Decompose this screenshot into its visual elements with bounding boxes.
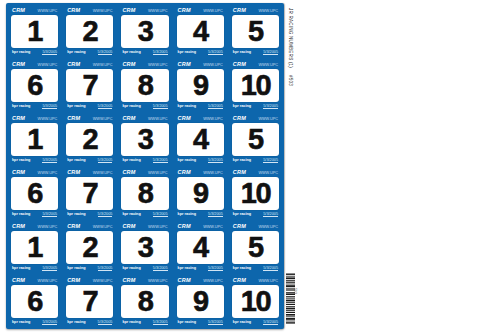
brand-logo: CRM: [12, 223, 25, 230]
decal-footer: kpr racing5/3/2005: [11, 266, 58, 272]
footer-right-text: 5/3/2005: [42, 104, 57, 109]
decal-header: CRMWWW.UPC: [232, 277, 279, 284]
decal-header: CRMWWW.UPC: [232, 169, 279, 176]
header-url-text: WWW.UPC: [148, 8, 168, 14]
decal-footer: kpr racing5/3/2005: [177, 50, 224, 56]
decal-footer: kpr racing5/3/2005: [121, 266, 168, 272]
decal-footer: kpr racing5/3/2005: [66, 50, 113, 56]
barcode-caption-text: 503: [293, 288, 297, 294]
decal-footer: kpr racing5/3/2005: [177, 320, 224, 326]
brand-logo: CRM: [12, 61, 25, 68]
cell-number: 10: [241, 177, 270, 210]
number-decal: CRMWWW.UPC6kpr racing5/3/2005: [7, 167, 62, 221]
brand-logo: CRM: [178, 223, 191, 230]
footer-left-text: kpr racing: [233, 104, 251, 108]
brand-logo: CRM: [12, 277, 25, 284]
decal-footer: kpr racing5/3/2005: [11, 158, 58, 164]
footer-right-text: 5/3/2005: [42, 50, 57, 55]
decal-sheet: CRMWWW.UPC1kpr racing5/3/2005CRMWWW.UPC2…: [6, 3, 284, 329]
brand-logo: CRM: [178, 61, 191, 68]
cell-number: 5: [248, 231, 263, 264]
footer-right-text: 5/3/2005: [98, 266, 113, 271]
number-square: 6: [11, 177, 58, 210]
decal-footer: kpr racing5/3/2005: [11, 50, 58, 56]
header-url-text: WWW.UPC: [38, 62, 58, 68]
cell-number: 1: [27, 15, 42, 48]
number-square: 6: [11, 69, 58, 102]
cell-number: 5: [248, 123, 263, 156]
footer-right-text: 5/3/2005: [263, 158, 278, 163]
cell-number: 7: [82, 177, 97, 210]
decal-footer: kpr racing5/3/2005: [232, 104, 279, 110]
decal-header: CRMWWW.UPC: [66, 277, 113, 284]
decal-header: CRMWWW.UPC: [177, 115, 224, 122]
footer-right-text: 5/3/2005: [208, 50, 223, 55]
product-code-text: #503: [288, 75, 293, 86]
footer-right-text: 5/3/2005: [98, 158, 113, 163]
number-square: 8: [121, 177, 168, 210]
header-url-text: WWW.UPC: [258, 278, 278, 284]
footer-left-text: kpr racing: [122, 50, 140, 54]
number-decal: CRMWWW.UPC3kpr racing5/3/2005: [117, 221, 172, 275]
footer-left-text: kpr racing: [178, 320, 196, 324]
cell-number: 6: [27, 177, 42, 210]
number-square: 5: [232, 231, 279, 264]
product-photo-background: { "game": "number-sticker-sheet", "posit…: [0, 0, 500, 333]
decal-footer: kpr racing5/3/2005: [11, 212, 58, 218]
number-decal: CRMWWW.UPC2kpr racing5/3/2005: [62, 221, 117, 275]
number-square: 1: [11, 15, 58, 48]
footer-left-text: kpr racing: [12, 266, 30, 270]
footer-left-text: kpr racing: [233, 50, 251, 54]
brand-logo: CRM: [12, 115, 25, 122]
decal-footer: kpr racing5/3/2005: [177, 158, 224, 164]
footer-left-text: kpr racing: [12, 212, 30, 216]
number-square: 6: [11, 285, 58, 318]
cell-number: 9: [193, 69, 208, 102]
header-url-text: WWW.UPC: [258, 224, 278, 230]
footer-right-text: 5/3/2005: [98, 212, 113, 217]
number-decal: CRMWWW.UPC9kpr racing5/3/2005: [173, 167, 228, 221]
brand-logo: CRM: [122, 277, 135, 284]
number-square: 2: [66, 231, 113, 264]
header-url-text: WWW.UPC: [203, 224, 223, 230]
brand-logo: CRM: [233, 115, 246, 122]
header-url-text: WWW.UPC: [148, 278, 168, 284]
number-square: 9: [177, 285, 224, 318]
brand-logo: CRM: [67, 61, 80, 68]
decal-footer: kpr racing5/3/2005: [121, 320, 168, 326]
brand-logo: CRM: [233, 169, 246, 176]
number-decal: CRMWWW.UPC8kpr racing5/3/2005: [117, 167, 172, 221]
header-url-text: WWW.UPC: [38, 8, 58, 14]
brand-logo: CRM: [12, 169, 25, 176]
decal-footer: kpr racing5/3/2005: [177, 212, 224, 218]
footer-right-text: 5/3/2005: [208, 266, 223, 271]
brand-logo: CRM: [67, 7, 80, 14]
decal-header: CRMWWW.UPC: [121, 115, 168, 122]
footer-left-text: kpr racing: [67, 266, 85, 270]
cell-number: 7: [82, 285, 97, 318]
footer-left-text: kpr racing: [178, 104, 196, 108]
number-square: 4: [177, 15, 224, 48]
footer-left-text: kpr racing: [122, 320, 140, 324]
decal-header: CRMWWW.UPC: [11, 223, 58, 230]
footer-right-text: 5/3/2005: [263, 320, 278, 325]
number-decal: CRMWWW.UPC7kpr racing5/3/2005: [62, 167, 117, 221]
header-url-text: WWW.UPC: [93, 278, 113, 284]
number-decal: CRMWWW.UPC10kpr racing5/3/2005: [228, 59, 283, 113]
footer-right-text: 5/3/2005: [153, 266, 168, 271]
footer-left-text: kpr racing: [122, 158, 140, 162]
brand-logo: CRM: [122, 61, 135, 68]
decal-header: CRMWWW.UPC: [177, 223, 224, 230]
header-url-text: WWW.UPC: [203, 8, 223, 14]
brand-logo: CRM: [178, 115, 191, 122]
cell-number: 10: [241, 69, 270, 102]
decal-footer: kpr racing5/3/2005: [11, 320, 58, 326]
number-square: 2: [66, 123, 113, 156]
number-decal: CRMWWW.UPC5kpr racing5/3/2005: [228, 5, 283, 59]
header-url-text: WWW.UPC: [258, 62, 278, 68]
footer-left-text: kpr racing: [122, 266, 140, 270]
brand-logo: CRM: [178, 277, 191, 284]
decal-footer: kpr racing5/3/2005: [232, 158, 279, 164]
number-decal: CRMWWW.UPC4kpr racing5/3/2005: [173, 221, 228, 275]
header-url-text: WWW.UPC: [38, 224, 58, 230]
decal-footer: kpr racing5/3/2005: [121, 158, 168, 164]
cell-number: 5: [248, 15, 263, 48]
header-url-text: WWW.UPC: [148, 116, 168, 122]
header-url-text: WWW.UPC: [148, 62, 168, 68]
footer-right-text: 5/3/2005: [153, 50, 168, 55]
number-square: 3: [121, 123, 168, 156]
number-square: 5: [232, 15, 279, 48]
footer-left-text: kpr racing: [12, 158, 30, 162]
number-decal: CRMWWW.UPC8kpr racing5/3/2005: [117, 59, 172, 113]
cell-number: 1: [27, 123, 42, 156]
footer-left-text: kpr racing: [12, 50, 30, 54]
header-url-text: WWW.UPC: [93, 62, 113, 68]
decal-header: CRMWWW.UPC: [121, 223, 168, 230]
number-decal: CRMWWW.UPC1kpr racing5/3/2005: [7, 221, 62, 275]
footer-left-text: kpr racing: [12, 104, 30, 108]
number-decal: CRMWWW.UPC5kpr racing5/3/2005: [228, 113, 283, 167]
cell-number: 8: [138, 69, 153, 102]
cell-number: 8: [138, 285, 153, 318]
header-url-text: WWW.UPC: [258, 8, 278, 14]
decal-footer: kpr racing5/3/2005: [177, 266, 224, 272]
cell-number: 2: [82, 15, 97, 48]
decal-header: CRMWWW.UPC: [66, 169, 113, 176]
decal-header: CRMWWW.UPC: [232, 61, 279, 68]
barcode: [286, 273, 296, 325]
footer-left-text: kpr racing: [178, 212, 196, 216]
footer-left-text: kpr racing: [67, 104, 85, 108]
cell-number: 3: [138, 15, 153, 48]
brand-logo: CRM: [67, 169, 80, 176]
footer-left-text: kpr racing: [122, 212, 140, 216]
number-decal: CRMWWW.UPC5kpr racing5/3/2005: [228, 221, 283, 275]
number-square: 3: [121, 231, 168, 264]
decal-header: CRMWWW.UPC: [177, 277, 224, 284]
number-square: 4: [177, 231, 224, 264]
number-square: 10: [232, 177, 279, 210]
footer-right-text: 5/3/2005: [153, 320, 168, 325]
number-decal: CRMWWW.UPC2kpr racing5/3/2005: [62, 5, 117, 59]
header-url-text: WWW.UPC: [93, 224, 113, 230]
footer-right-text: 5/3/2005: [98, 320, 113, 325]
decal-header: CRMWWW.UPC: [66, 115, 113, 122]
footer-right-text: 5/3/2005: [153, 158, 168, 163]
brand-logo: CRM: [122, 115, 135, 122]
decal-footer: kpr racing5/3/2005: [121, 212, 168, 218]
number-square: 8: [121, 285, 168, 318]
header-url-text: WWW.UPC: [258, 116, 278, 122]
number-decal: CRMWWW.UPC10kpr racing5/3/2005: [228, 275, 283, 329]
decal-footer: kpr racing5/3/2005: [66, 266, 113, 272]
decal-footer: kpr racing5/3/2005: [177, 104, 224, 110]
number-square: 5: [232, 123, 279, 156]
decal-header: CRMWWW.UPC: [232, 223, 279, 230]
footer-right-text: 5/3/2005: [208, 320, 223, 325]
number-square: 8: [121, 69, 168, 102]
decal-header: CRMWWW.UPC: [11, 277, 58, 284]
header-url-text: WWW.UPC: [148, 224, 168, 230]
footer-left-text: kpr racing: [178, 266, 196, 270]
footer-left-text: kpr racing: [67, 158, 85, 162]
decal-footer: kpr racing5/3/2005: [121, 104, 168, 110]
number-decal: CRMWWW.UPC9kpr racing5/3/2005: [173, 59, 228, 113]
number-square: 2: [66, 15, 113, 48]
header-url-text: WWW.UPC: [38, 170, 58, 176]
number-decal: CRMWWW.UPC2kpr racing5/3/2005: [62, 113, 117, 167]
header-url-text: WWW.UPC: [203, 116, 223, 122]
decal-footer: kpr racing5/3/2005: [11, 104, 58, 110]
footer-right-text: 5/3/2005: [153, 104, 168, 109]
brand-logo: CRM: [233, 277, 246, 284]
brand-logo: CRM: [122, 169, 135, 176]
decal-footer: kpr racing5/3/2005: [121, 50, 168, 56]
brand-logo: CRM: [122, 223, 135, 230]
decal-header: CRMWWW.UPC: [177, 169, 224, 176]
cell-number: 9: [193, 285, 208, 318]
footer-left-text: kpr racing: [67, 320, 85, 324]
decal-header: CRMWWW.UPC: [232, 7, 279, 14]
footer-right-text: 5/3/2005: [208, 212, 223, 217]
decal-header: CRMWWW.UPC: [11, 169, 58, 176]
decal-header: CRMWWW.UPC: [121, 277, 168, 284]
footer-right-text: 5/3/2005: [263, 266, 278, 271]
decal-footer: kpr racing5/3/2005: [232, 266, 279, 272]
footer-left-text: kpr racing: [122, 104, 140, 108]
decal-header: CRMWWW.UPC: [121, 169, 168, 176]
footer-left-text: kpr racing: [233, 212, 251, 216]
footer-right-text: 5/3/2005: [42, 212, 57, 217]
number-decal: CRMWWW.UPC3kpr racing5/3/2005: [117, 113, 172, 167]
brand-logo: CRM: [233, 223, 246, 230]
number-decal: CRMWWW.UPC6kpr racing5/3/2005: [7, 59, 62, 113]
header-url-text: WWW.UPC: [93, 8, 113, 14]
cell-number: 10: [241, 285, 270, 318]
number-square: 9: [177, 177, 224, 210]
footer-left-text: kpr racing: [67, 50, 85, 54]
footer-right-text: 5/3/2005: [42, 158, 57, 163]
decal-header: CRMWWW.UPC: [177, 7, 224, 14]
number-decal: CRMWWW.UPC1kpr racing5/3/2005: [7, 113, 62, 167]
decal-footer: kpr racing5/3/2005: [66, 320, 113, 326]
decal-header: CRMWWW.UPC: [11, 61, 58, 68]
brand-logo: CRM: [233, 61, 246, 68]
footer-left-text: kpr racing: [233, 320, 251, 324]
brand-logo: CRM: [67, 223, 80, 230]
header-url-text: WWW.UPC: [258, 170, 278, 176]
header-url-text: WWW.UPC: [203, 62, 223, 68]
footer-left-text: kpr racing: [178, 50, 196, 54]
decal-header: CRMWWW.UPC: [66, 7, 113, 14]
header-url-text: WWW.UPC: [38, 278, 58, 284]
cell-number: 6: [27, 285, 42, 318]
product-line-text: JR RACING NUMBERS (1): [288, 8, 293, 68]
footer-right-text: 5/3/2005: [263, 104, 278, 109]
footer-right-text: 5/3/2005: [98, 50, 113, 55]
number-square: 1: [11, 231, 58, 264]
decal-header: CRMWWW.UPC: [177, 61, 224, 68]
number-square: 3: [121, 15, 168, 48]
number-decal: CRMWWW.UPC9kpr racing5/3/2005: [173, 275, 228, 329]
number-square: 4: [177, 123, 224, 156]
header-url-text: WWW.UPC: [148, 170, 168, 176]
number-decal: CRMWWW.UPC4kpr racing5/3/2005: [173, 113, 228, 167]
number-decal: CRMWWW.UPC1kpr racing5/3/2005: [7, 5, 62, 59]
side-product-text: JR RACING NUMBERS (1)#503: [288, 8, 293, 128]
footer-right-text: 5/3/2005: [98, 104, 113, 109]
cell-number: 7: [82, 69, 97, 102]
number-square: 9: [177, 69, 224, 102]
number-decal: CRMWWW.UPC7kpr racing5/3/2005: [62, 275, 117, 329]
number-decal: CRMWWW.UPC8kpr racing5/3/2005: [117, 275, 172, 329]
brand-logo: CRM: [233, 7, 246, 14]
number-decal: CRMWWW.UPC7kpr racing5/3/2005: [62, 59, 117, 113]
number-square: 7: [66, 177, 113, 210]
header-url-text: WWW.UPC: [203, 170, 223, 176]
decal-header: CRMWWW.UPC: [121, 61, 168, 68]
decal-footer: kpr racing5/3/2005: [232, 212, 279, 218]
brand-logo: CRM: [178, 169, 191, 176]
footer-right-text: 5/3/2005: [263, 212, 278, 217]
header-url-text: WWW.UPC: [93, 170, 113, 176]
number-square: 10: [232, 285, 279, 318]
footer-right-text: 5/3/2005: [208, 158, 223, 163]
cell-number: 4: [193, 231, 208, 264]
decal-footer: kpr racing5/3/2005: [232, 320, 279, 326]
decal-footer: kpr racing5/3/2005: [66, 104, 113, 110]
number-square: 7: [66, 69, 113, 102]
cell-number: 8: [138, 177, 153, 210]
footer-right-text: 5/3/2005: [153, 212, 168, 217]
header-url-text: WWW.UPC: [38, 116, 58, 122]
decal-header: CRMWWW.UPC: [232, 115, 279, 122]
footer-left-text: kpr racing: [67, 212, 85, 216]
footer-right-text: 5/3/2005: [42, 266, 57, 271]
brand-logo: CRM: [122, 7, 135, 14]
decal-header: CRMWWW.UPC: [11, 115, 58, 122]
decal-footer: kpr racing5/3/2005: [232, 50, 279, 56]
cell-number: 2: [82, 123, 97, 156]
footer-left-text: kpr racing: [12, 320, 30, 324]
sheet-grid: CRMWWW.UPC1kpr racing5/3/2005CRMWWW.UPC2…: [6, 3, 284, 329]
footer-left-text: kpr racing: [233, 158, 251, 162]
cell-number: 6: [27, 69, 42, 102]
brand-logo: CRM: [67, 277, 80, 284]
footer-right-text: 5/3/2005: [42, 320, 57, 325]
brand-logo: CRM: [178, 7, 191, 14]
decal-footer: kpr racing5/3/2005: [66, 158, 113, 164]
number-decal: CRMWWW.UPC3kpr racing5/3/2005: [117, 5, 172, 59]
cell-number: 1: [27, 231, 42, 264]
brand-logo: CRM: [12, 7, 25, 14]
decal-footer: kpr racing5/3/2005: [66, 212, 113, 218]
footer-right-text: 5/3/2005: [208, 104, 223, 109]
cell-number: 3: [138, 231, 153, 264]
header-url-text: WWW.UPC: [203, 278, 223, 284]
number-square: 7: [66, 285, 113, 318]
number-decal: CRMWWW.UPC6kpr racing5/3/2005: [7, 275, 62, 329]
decal-header: CRMWWW.UPC: [66, 61, 113, 68]
cell-number: 4: [193, 15, 208, 48]
number-square: 1: [11, 123, 58, 156]
footer-right-text: 5/3/2005: [263, 50, 278, 55]
cell-number: 4: [193, 123, 208, 156]
cell-number: 9: [193, 177, 208, 210]
cell-number: 3: [138, 123, 153, 156]
brand-logo: CRM: [67, 115, 80, 122]
footer-left-text: kpr racing: [178, 158, 196, 162]
decal-header: CRMWWW.UPC: [11, 7, 58, 14]
number-square: 10: [232, 69, 279, 102]
number-decal: CRMWWW.UPC10kpr racing5/3/2005: [228, 167, 283, 221]
footer-left-text: kpr racing: [233, 266, 251, 270]
decal-header: CRMWWW.UPC: [66, 223, 113, 230]
cell-number: 2: [82, 231, 97, 264]
number-decal: CRMWWW.UPC4kpr racing5/3/2005: [173, 5, 228, 59]
decal-header: CRMWWW.UPC: [121, 7, 168, 14]
header-url-text: WWW.UPC: [93, 116, 113, 122]
